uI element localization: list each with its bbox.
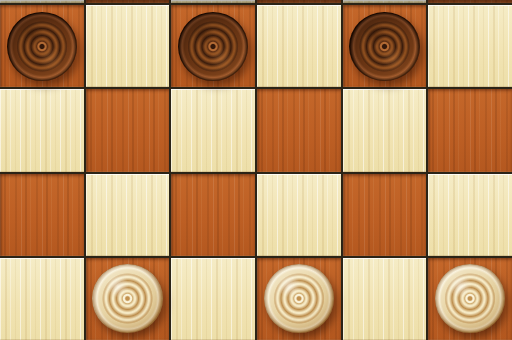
board-square-r1c2[interactable] bbox=[171, 89, 255, 171]
board-square-r3c1[interactable] bbox=[86, 258, 170, 340]
board-square-r1c4[interactable] bbox=[343, 89, 427, 171]
board-edge-sliver-square bbox=[171, 0, 255, 3]
board-square-r2c0[interactable] bbox=[0, 174, 84, 256]
board-square-r1c3[interactable] bbox=[257, 89, 341, 171]
board-square-r1c5[interactable] bbox=[428, 89, 512, 171]
board-square-r0c3[interactable] bbox=[257, 5, 341, 87]
board-square-r0c4[interactable] bbox=[343, 5, 427, 87]
board-edge-sliver-square bbox=[257, 0, 341, 3]
checker-dark-piece[interactable] bbox=[349, 12, 419, 81]
board-edge-sliver-square bbox=[86, 0, 170, 3]
board-square-r0c0[interactable] bbox=[0, 5, 84, 87]
board-square-r2c4[interactable] bbox=[343, 174, 427, 256]
checker-dark-piece[interactable] bbox=[7, 12, 77, 81]
board-square-r0c1[interactable] bbox=[86, 5, 170, 87]
board-square-r0c5[interactable] bbox=[428, 5, 512, 87]
board-square-r2c3[interactable] bbox=[257, 174, 341, 256]
checkers-board bbox=[0, 0, 512, 340]
board-edge-sliver-square bbox=[428, 0, 512, 3]
board-square-r1c0[interactable] bbox=[0, 89, 84, 171]
board-edge-sliver-square bbox=[343, 0, 427, 3]
checker-light-piece[interactable] bbox=[92, 264, 162, 333]
board-square-r1c1[interactable] bbox=[86, 89, 170, 171]
board-edge-sliver-square bbox=[0, 0, 84, 3]
board-square-r3c5[interactable] bbox=[428, 258, 512, 340]
board-square-r3c0[interactable] bbox=[0, 258, 84, 340]
checker-light-piece[interactable] bbox=[264, 264, 334, 333]
checker-dark-piece[interactable] bbox=[178, 12, 248, 81]
board-square-r2c2[interactable] bbox=[171, 174, 255, 256]
board-square-r2c1[interactable] bbox=[86, 174, 170, 256]
board-square-r2c5[interactable] bbox=[428, 174, 512, 256]
board-square-r3c4[interactable] bbox=[343, 258, 427, 340]
board-square-r3c3[interactable] bbox=[257, 258, 341, 340]
board-square-r3c2[interactable] bbox=[171, 258, 255, 340]
checker-light-piece[interactable] bbox=[435, 264, 505, 333]
board-square-r0c2[interactable] bbox=[171, 5, 255, 87]
